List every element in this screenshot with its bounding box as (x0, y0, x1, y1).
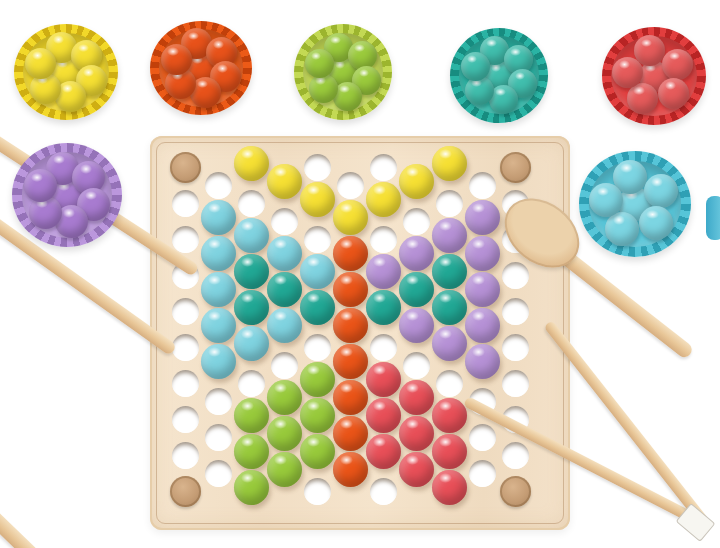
stick-corner[interactable] (0, 498, 40, 548)
bead-green[interactable] (267, 380, 302, 415)
yellow-cup-bead[interactable] (25, 48, 56, 79)
bead-cyan[interactable] (201, 308, 236, 343)
cyan-cup-bead[interactable] (605, 212, 639, 246)
bead-teal[interactable] (399, 272, 434, 307)
bead-teal[interactable] (267, 272, 302, 307)
bead-red[interactable] (366, 398, 401, 433)
orange-cup-bead[interactable] (161, 44, 192, 75)
board-hole[interactable] (337, 172, 364, 199)
board-hole[interactable] (304, 154, 331, 181)
board-hole[interactable] (238, 370, 265, 397)
green-cup-bead[interactable] (309, 74, 338, 103)
board-hole[interactable] (205, 172, 232, 199)
board-hole[interactable] (172, 190, 199, 217)
board-hole[interactable] (271, 208, 298, 235)
cyan-cup-bead[interactable] (639, 206, 673, 240)
bead-red[interactable] (432, 398, 467, 433)
bead-green[interactable] (267, 416, 302, 451)
bead-purple[interactable] (399, 308, 434, 343)
bead-teal[interactable] (300, 290, 335, 325)
teal-cup-bead[interactable] (461, 52, 490, 81)
bead-teal[interactable] (432, 254, 467, 289)
board-hole[interactable] (172, 298, 199, 325)
bead-green[interactable] (300, 398, 335, 433)
bead-red[interactable] (432, 470, 467, 505)
red-cup-bead[interactable] (612, 57, 643, 88)
board-hole[interactable] (172, 406, 199, 433)
board-hole[interactable] (370, 154, 397, 181)
corner-peg (170, 152, 201, 183)
bead-teal[interactable] (234, 254, 269, 289)
corner-peg (500, 476, 531, 507)
board-hole[interactable] (502, 262, 529, 289)
bead-yellow[interactable] (366, 182, 401, 217)
green-cup[interactable] (294, 24, 392, 120)
bead-red[interactable] (366, 434, 401, 469)
bead-yellow[interactable] (399, 164, 434, 199)
bead-yellow[interactable] (267, 164, 302, 199)
bead-yellow[interactable] (432, 146, 467, 181)
bead-cyan[interactable] (267, 236, 302, 271)
bead-green[interactable] (234, 470, 269, 505)
bead-red[interactable] (432, 434, 467, 469)
board-hole[interactable] (469, 424, 496, 451)
board-hole[interactable] (403, 208, 430, 235)
bead-green[interactable] (300, 434, 335, 469)
board-hole[interactable] (172, 442, 199, 469)
bead-purple[interactable] (432, 218, 467, 253)
board-hole[interactable] (502, 334, 529, 361)
bead-purple[interactable] (432, 326, 467, 361)
bead-purple[interactable] (465, 200, 500, 235)
bead-purple[interactable] (465, 308, 500, 343)
corner-peg (170, 476, 201, 507)
bead-orange[interactable] (333, 308, 368, 343)
bead-red[interactable] (399, 452, 434, 487)
red-cup-bead[interactable] (658, 78, 689, 109)
board-hole[interactable] (469, 460, 496, 487)
board-hole[interactable] (370, 226, 397, 253)
bead-purple[interactable] (465, 272, 500, 307)
bead-cyan[interactable] (267, 308, 302, 343)
board-hole[interactable] (436, 370, 463, 397)
red-cup-bead[interactable] (627, 83, 658, 114)
bead-cyan[interactable] (201, 272, 236, 307)
board-hole[interactable] (172, 226, 199, 253)
bead-yellow[interactable] (300, 182, 335, 217)
board-hole[interactable] (502, 370, 529, 397)
board-hole[interactable] (172, 370, 199, 397)
board-hole[interactable] (205, 388, 232, 415)
board-hole[interactable] (436, 190, 463, 217)
bead-orange[interactable] (333, 416, 368, 451)
cyan-cup-bead[interactable] (644, 174, 678, 208)
blue-object-edge[interactable] (706, 196, 720, 240)
bead-green[interactable] (300, 362, 335, 397)
bead-orange[interactable] (333, 272, 368, 307)
cyan-cup[interactable] (579, 151, 691, 257)
bead-orange[interactable] (333, 380, 368, 415)
bead-green[interactable] (234, 434, 269, 469)
bead-cyan[interactable] (300, 254, 335, 289)
bead-teal[interactable] (366, 290, 401, 325)
scene (0, 0, 720, 548)
bead-red[interactable] (366, 362, 401, 397)
board-hole[interactable] (172, 334, 199, 361)
yellow-cup[interactable] (14, 24, 118, 120)
bead-red[interactable] (399, 416, 434, 451)
bead-orange[interactable] (333, 344, 368, 379)
board-hole[interactable] (205, 460, 232, 487)
bead-green[interactable] (267, 452, 302, 487)
bead-purple[interactable] (366, 254, 401, 289)
teal-cup[interactable] (450, 28, 548, 123)
board-hole[interactable] (304, 478, 331, 505)
board-hole[interactable] (502, 442, 529, 469)
red-cup-bead[interactable] (662, 49, 693, 80)
board-hole[interactable] (370, 478, 397, 505)
bead-cyan[interactable] (201, 236, 236, 271)
board-hole[interactable] (205, 424, 232, 451)
bead-green[interactable] (234, 398, 269, 433)
bead-purple[interactable] (399, 236, 434, 271)
bead-cyan[interactable] (201, 200, 236, 235)
bead-purple[interactable] (465, 344, 500, 379)
bead-cyan[interactable] (234, 218, 269, 253)
bead-orange[interactable] (333, 452, 368, 487)
bead-cyan[interactable] (201, 344, 236, 379)
board-hole[interactable] (403, 352, 430, 379)
red-cup[interactable] (602, 27, 706, 125)
orange-cup[interactable] (150, 21, 252, 115)
bead-red[interactable] (399, 380, 434, 415)
board-hole[interactable] (502, 298, 529, 325)
green-cup-bead[interactable] (305, 49, 334, 78)
board-hole[interactable] (304, 226, 331, 253)
bead-yellow[interactable] (333, 200, 368, 235)
bead-yellow[interactable] (234, 146, 269, 181)
board-hole[interactable] (238, 190, 265, 217)
bead-teal[interactable] (432, 290, 467, 325)
board-hole[interactable] (304, 334, 331, 361)
bead-cyan[interactable] (234, 326, 269, 361)
board-hole[interactable] (469, 172, 496, 199)
board-hole[interactable] (370, 334, 397, 361)
bead-purple[interactable] (465, 236, 500, 271)
corner-peg (500, 152, 531, 183)
board-hole[interactable] (271, 352, 298, 379)
purple-cup[interactable] (12, 143, 122, 247)
bead-teal[interactable] (234, 290, 269, 325)
bead-orange[interactable] (333, 236, 368, 271)
purple-cup-bead[interactable] (24, 169, 57, 202)
